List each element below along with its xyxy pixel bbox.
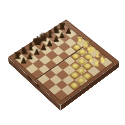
chess-set-product-photo: ♜♟♜♛♚♝♞♞♟♝♜♝♟♛♟♚♟♝♟♞♟♜♟	[0, 0, 125, 125]
dark-knight: ♞	[20, 46, 29, 56]
light-rook: ♜	[94, 61, 101, 69]
dark-rook: ♜	[14, 51, 23, 61]
light-disc	[69, 81, 79, 89]
